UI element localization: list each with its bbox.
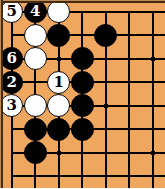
black-stone bbox=[71, 71, 94, 94]
white-stone bbox=[24, 94, 47, 117]
intersection bbox=[24, 165, 48, 189]
black-stone bbox=[24, 118, 47, 141]
intersection bbox=[0, 118, 24, 142]
intersection bbox=[141, 24, 165, 48]
intersection bbox=[94, 165, 118, 189]
intersection bbox=[71, 141, 95, 165]
intersection bbox=[47, 165, 71, 189]
black-stone bbox=[71, 47, 94, 70]
intersection bbox=[0, 141, 24, 165]
intersection bbox=[94, 0, 118, 24]
white-stone bbox=[24, 47, 47, 70]
intersection bbox=[118, 165, 142, 189]
white-stone: 1 bbox=[47, 71, 70, 94]
intersection bbox=[94, 141, 118, 165]
intersection bbox=[141, 0, 165, 24]
move-number-label: 2 bbox=[7, 74, 17, 89]
black-stone bbox=[47, 118, 70, 141]
intersection bbox=[71, 165, 95, 189]
intersection bbox=[141, 94, 165, 118]
intersection bbox=[118, 71, 142, 95]
move-number-label: 6 bbox=[7, 51, 17, 66]
white-stone bbox=[24, 24, 47, 47]
move-number-label: 1 bbox=[54, 74, 64, 89]
star-point bbox=[151, 151, 155, 155]
intersection bbox=[94, 71, 118, 95]
board-edge-top bbox=[0, 0, 165, 3]
black-stone: 4 bbox=[24, 0, 47, 23]
star-point bbox=[151, 57, 155, 61]
intersection bbox=[141, 165, 165, 189]
black-stone bbox=[24, 141, 47, 164]
black-stone bbox=[71, 94, 94, 117]
intersection bbox=[24, 71, 48, 95]
star-point bbox=[57, 57, 61, 61]
intersection bbox=[71, 24, 95, 48]
intersection bbox=[118, 24, 142, 48]
intersection bbox=[118, 94, 142, 118]
black-stone bbox=[94, 24, 117, 47]
intersection bbox=[0, 24, 24, 48]
intersection bbox=[0, 165, 24, 189]
intersection bbox=[141, 118, 165, 142]
star-point bbox=[104, 104, 108, 108]
intersection bbox=[118, 47, 142, 71]
intersection bbox=[94, 118, 118, 142]
board-edge-left bbox=[0, 0, 3, 188]
move-number-label: 5 bbox=[7, 4, 17, 19]
black-stone: 2 bbox=[0, 71, 23, 94]
intersection bbox=[71, 0, 95, 24]
move-number-label: 4 bbox=[30, 4, 40, 19]
intersection bbox=[118, 141, 142, 165]
go-board: 546213 bbox=[0, 0, 165, 188]
intersection bbox=[94, 47, 118, 71]
star-point bbox=[57, 151, 61, 155]
intersection bbox=[141, 71, 165, 95]
intersection bbox=[118, 0, 142, 24]
black-stone bbox=[47, 24, 70, 47]
move-number-label: 3 bbox=[7, 98, 17, 113]
intersection bbox=[118, 118, 142, 142]
black-stone bbox=[71, 118, 94, 141]
